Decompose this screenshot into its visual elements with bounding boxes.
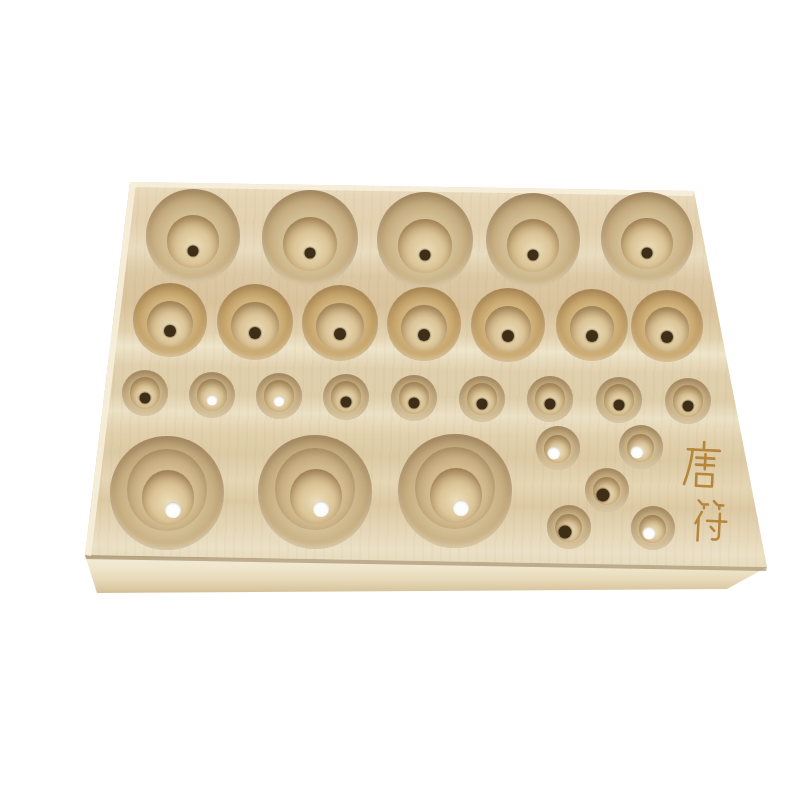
pit-medium bbox=[302, 285, 378, 361]
through-hole bbox=[165, 502, 181, 518]
pit-bottom-hole bbox=[502, 330, 514, 342]
pit-inner-cone bbox=[147, 301, 193, 347]
pit-bottom-hole bbox=[341, 396, 352, 407]
pit-bottom-hole bbox=[558, 526, 571, 539]
pit-inner-cone bbox=[570, 306, 615, 351]
pit-bottom-hole bbox=[409, 397, 420, 408]
pit-medium bbox=[556, 289, 628, 361]
through-hole bbox=[547, 447, 560, 460]
pit-small bbox=[122, 370, 168, 416]
pit-large bbox=[377, 192, 473, 288]
pit-small bbox=[189, 372, 235, 418]
pit-medium bbox=[217, 284, 293, 360]
pit-bottom-hole bbox=[528, 250, 539, 261]
product-photo-scene: 唐符 bbox=[0, 0, 800, 800]
pit-bottom-hole bbox=[586, 330, 598, 342]
pit-bottom-hole bbox=[188, 246, 199, 257]
pit-tiny bbox=[631, 506, 675, 550]
pit-inner-cone bbox=[398, 219, 452, 273]
pit-tiny bbox=[585, 468, 629, 512]
through-hole bbox=[274, 395, 285, 406]
pit-bottom-hole bbox=[140, 392, 151, 403]
pit-bottom-hole bbox=[420, 250, 431, 261]
pit-bottom-hole bbox=[418, 329, 430, 341]
through-hole bbox=[642, 527, 655, 540]
pit-bottom-hole bbox=[683, 400, 694, 411]
pit-inner-cone bbox=[283, 217, 337, 271]
pit-medium bbox=[133, 283, 207, 357]
pit-inner-cone bbox=[645, 307, 690, 352]
pit-xlarge bbox=[398, 434, 512, 548]
pit-xlarge bbox=[258, 435, 372, 549]
pit-bottom-hole bbox=[334, 328, 346, 340]
pit-xlarge bbox=[110, 436, 224, 550]
brand-char-fu-icon bbox=[686, 497, 734, 545]
pit-tiny bbox=[536, 426, 580, 470]
through-hole bbox=[207, 394, 218, 405]
pit-inner-cone bbox=[316, 303, 363, 350]
pit-small bbox=[665, 378, 711, 424]
pit-bottom-hole bbox=[305, 248, 316, 259]
pit-bottom-hole bbox=[477, 398, 488, 409]
pit-tiny bbox=[619, 425, 663, 469]
pit-bottom-hole bbox=[614, 399, 625, 410]
through-hole bbox=[630, 446, 643, 459]
through-hole bbox=[313, 501, 329, 517]
pit-medium bbox=[387, 287, 461, 361]
brand-char-tang-icon bbox=[680, 440, 726, 490]
through-hole bbox=[453, 500, 469, 516]
pit-large bbox=[146, 189, 240, 283]
pit-inner-cone bbox=[507, 219, 560, 272]
pit-bottom-hole bbox=[249, 327, 261, 339]
pit-inner-cone bbox=[621, 218, 673, 270]
pit-large bbox=[486, 193, 580, 287]
pit-inner-cone bbox=[485, 306, 531, 352]
pit-inner-cone bbox=[167, 215, 220, 268]
pit-small bbox=[323, 374, 369, 420]
pit-inner-cone bbox=[231, 302, 278, 349]
pit-bottom-hole bbox=[164, 325, 176, 337]
pit-large bbox=[601, 192, 693, 284]
pit-small bbox=[527, 376, 573, 422]
pit-bottom-hole bbox=[596, 489, 609, 502]
pit-tiny bbox=[547, 505, 591, 549]
pit-inner-cone bbox=[401, 305, 447, 351]
pit-small bbox=[256, 373, 302, 419]
pit-medium bbox=[631, 290, 703, 362]
pit-small bbox=[391, 375, 437, 421]
pit-medium bbox=[471, 288, 545, 362]
pit-bottom-hole bbox=[545, 398, 556, 409]
pit-small bbox=[459, 376, 505, 422]
pit-bottom-hole bbox=[661, 331, 673, 343]
pit-small bbox=[596, 377, 642, 423]
pit-large bbox=[262, 190, 358, 286]
pit-bottom-hole bbox=[642, 247, 653, 258]
pits-layer bbox=[0, 0, 800, 800]
